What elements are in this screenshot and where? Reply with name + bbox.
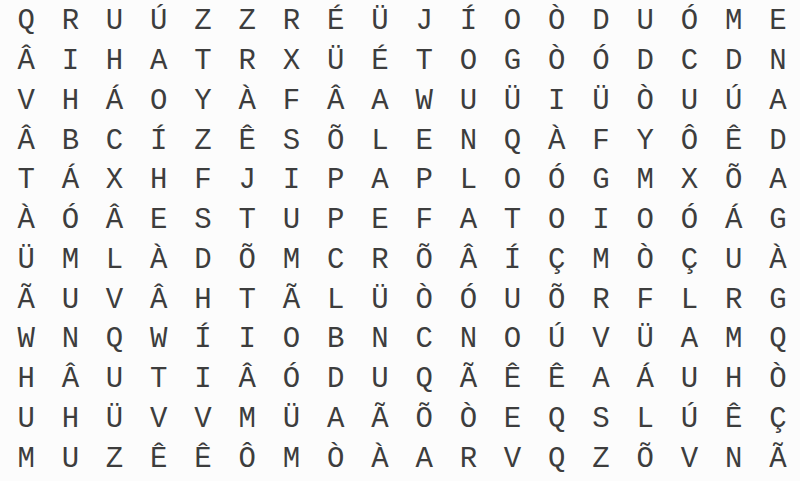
grid-cell[interactable]: O [490,320,534,360]
grid-cell[interactable]: Ã [446,360,490,400]
grid-cell[interactable]: E [490,400,534,440]
grid-cell[interactable]: Ú [667,400,711,440]
grid-cell[interactable]: Ê [225,121,269,161]
grid-cell[interactable]: Q [756,320,800,360]
grid-cell[interactable]: Z [181,2,225,42]
grid-cell[interactable]: O [269,320,313,360]
grid-cell[interactable]: Q [402,360,446,400]
grid-cell[interactable]: E [402,121,446,161]
grid-cell[interactable]: Ã [4,280,48,320]
grid-cell[interactable]: A [756,82,800,122]
grid-cell[interactable]: O [490,161,534,201]
grid-cell[interactable]: Ó [48,201,92,241]
grid-cell[interactable]: N [712,439,756,479]
grid-cell[interactable]: X [269,42,313,82]
grid-cell[interactable]: F [269,82,313,122]
grid-cell[interactable]: J [225,161,269,201]
grid-cell[interactable]: Ü [623,320,667,360]
grid-cell[interactable]: É [314,2,358,42]
grid-cell[interactable]: Ã [269,280,313,320]
grid-cell[interactable]: F [402,201,446,241]
grid-cell[interactable]: T [181,42,225,82]
grid-cell[interactable]: U [48,439,92,479]
grid-cell[interactable]: Ó [667,2,711,42]
grid-cell[interactable]: H [4,360,48,400]
grid-cell[interactable]: M [269,241,313,281]
grid-cell[interactable]: V [4,82,48,122]
grid-cell[interactable]: Ó [446,280,490,320]
grid-cell[interactable]: F [181,161,225,201]
grid-cell[interactable]: Õ [623,439,667,479]
grid-cell[interactable]: Á [712,201,756,241]
grid-cell[interactable]: Â [4,121,48,161]
grid-cell[interactable]: Õ [535,280,579,320]
grid-cell[interactable]: F [623,280,667,320]
grid-cell[interactable]: Ç [667,241,711,281]
grid-cell[interactable]: T [225,280,269,320]
grid-cell[interactable]: Q [4,2,48,42]
grid-cell[interactable]: Â [48,360,92,400]
grid-cell[interactable]: W [402,82,446,122]
word-search-page: QRUÚZZRÉÜJÍOÒDUÓMEÂIHATRXÜÉTOGÒÓDCDNVHÁO… [0,0,800,481]
grid-cell[interactable]: Á [92,82,136,122]
grid-cell[interactable]: E [756,2,800,42]
grid-cell[interactable]: N [358,320,402,360]
grid-cell[interactable]: B [48,121,92,161]
grid-cell[interactable]: O [137,82,181,122]
grid-cell[interactable]: C [314,241,358,281]
grid-cell[interactable]: I [579,201,623,241]
grid-cell[interactable]: R [712,280,756,320]
grid-cell[interactable]: D [756,121,800,161]
grid-cell[interactable]: Y [623,121,667,161]
grid-cell[interactable]: D [623,42,667,82]
grid-cell[interactable]: U [269,201,313,241]
grid-cell[interactable]: Ê [490,360,534,400]
grid-cell[interactable]: Ü [579,82,623,122]
grid-cell[interactable]: Ò [623,82,667,122]
grid-cell[interactable]: Á [48,161,92,201]
grid-cell[interactable]: A [358,161,402,201]
grid-cell[interactable]: U [712,241,756,281]
grid-cell[interactable]: M [579,241,623,281]
grid-cell[interactable]: Â [314,82,358,122]
grid-cell[interactable]: Í [446,2,490,42]
grid-cell[interactable]: Ü [358,2,402,42]
grid-cell[interactable]: U [667,360,711,400]
grid-cell[interactable]: Â [446,241,490,281]
grid-cell[interactable]: T [490,201,534,241]
grid-cell[interactable]: Ü [358,280,402,320]
grid-cell[interactable]: H [48,82,92,122]
grid-cell[interactable]: V [92,280,136,320]
grid-cell[interactable]: W [4,320,48,360]
grid-cell[interactable]: E [137,201,181,241]
grid-cell[interactable]: Â [92,201,136,241]
grid-cell[interactable]: A [314,400,358,440]
grid-cell[interactable]: M [712,2,756,42]
grid-cell[interactable]: Ò [756,360,800,400]
grid-cell[interactable]: H [712,360,756,400]
grid-cell[interactable]: I [535,82,579,122]
grid-cell[interactable]: Ó [667,201,711,241]
grid-cell[interactable]: H [137,161,181,201]
grid-cell[interactable]: A [756,161,800,201]
grid-cell[interactable]: U [92,360,136,400]
grid-cell[interactable]: Ü [4,241,48,281]
grid-cell[interactable]: B [314,320,358,360]
grid-cell[interactable]: O [535,201,579,241]
grid-cell[interactable]: H [92,42,136,82]
grid-cell[interactable]: M [225,400,269,440]
grid-cell[interactable]: N [756,42,800,82]
grid-cell[interactable]: Ü [269,400,313,440]
grid-cell[interactable]: À [137,241,181,281]
grid-cell[interactable]: I [269,161,313,201]
grid-cell[interactable]: O [446,42,490,82]
grid-cell[interactable]: G [756,201,800,241]
grid-cell[interactable]: U [4,400,48,440]
grid-cell[interactable]: É [358,42,402,82]
grid-cell[interactable]: Õ [712,161,756,201]
grid-cell[interactable]: G [490,42,534,82]
grid-cell[interactable]: Â [225,360,269,400]
grid-cell[interactable]: A [579,360,623,400]
grid-cell[interactable]: Y [181,82,225,122]
grid-cell[interactable]: U [48,280,92,320]
grid-cell[interactable]: I [48,42,92,82]
grid-cell[interactable]: N [446,121,490,161]
grid-cell[interactable]: P [402,161,446,201]
grid-cell[interactable]: Z [579,439,623,479]
grid-cell[interactable]: M [712,320,756,360]
grid-cell[interactable]: U [446,82,490,122]
grid-cell[interactable]: Õ [225,241,269,281]
grid-cell[interactable]: Õ [402,400,446,440]
grid-cell[interactable]: Ã [358,400,402,440]
grid-cell[interactable]: Ü [92,400,136,440]
grid-cell[interactable]: A [137,42,181,82]
grid-cell[interactable]: A [402,439,446,479]
grid-cell[interactable]: Q [92,320,136,360]
grid-cell[interactable]: L [314,280,358,320]
grid-cell[interactable]: G [579,161,623,201]
grid-cell[interactable]: Í [137,121,181,161]
grid-cell[interactable]: H [48,400,92,440]
grid-cell[interactable]: L [623,400,667,440]
grid-cell[interactable]: Ó [535,161,579,201]
grid-cell[interactable]: Q [490,121,534,161]
grid-cell[interactable]: E [358,201,402,241]
grid-cell[interactable]: L [92,241,136,281]
grid-cell[interactable]: C [667,42,711,82]
grid-cell[interactable]: À [358,439,402,479]
grid-cell[interactable]: Q [535,439,579,479]
grid-cell[interactable]: C [402,320,446,360]
grid-cell[interactable]: Ú [137,2,181,42]
grid-cell[interactable]: P [314,201,358,241]
grid-cell[interactable]: R [225,42,269,82]
grid-cell[interactable]: À [535,121,579,161]
grid-cell[interactable]: Ô [667,121,711,161]
grid-cell[interactable]: V [181,400,225,440]
grid-cell[interactable]: C [92,121,136,161]
grid-cell[interactable]: M [48,241,92,281]
grid-cell[interactable]: Ò [535,42,579,82]
grid-cell[interactable]: Ò [402,280,446,320]
grid-cell[interactable]: O [490,2,534,42]
grid-cell[interactable]: Ú [535,320,579,360]
grid-cell[interactable]: Ç [535,241,579,281]
grid-cell[interactable]: Á [623,360,667,400]
grid-cell[interactable]: Ê [712,121,756,161]
grid-cell[interactable]: R [446,439,490,479]
grid-cell[interactable]: L [446,161,490,201]
grid-cell[interactable]: U [667,82,711,122]
grid-cell[interactable]: Ç [756,400,800,440]
grid-cell[interactable]: Â [4,42,48,82]
grid-cell[interactable]: À [225,82,269,122]
grid-cell[interactable]: R [269,2,313,42]
grid-cell[interactable]: U [490,280,534,320]
grid-cell[interactable]: Z [225,2,269,42]
grid-cell[interactable]: V [137,400,181,440]
grid-cell[interactable]: O [623,201,667,241]
grid-cell[interactable]: M [269,439,313,479]
grid-cell[interactable]: Z [181,121,225,161]
grid-cell[interactable]: S [181,201,225,241]
grid-cell[interactable]: Í [181,320,225,360]
grid-cell[interactable]: F [579,121,623,161]
grid-cell[interactable]: S [579,400,623,440]
grid-cell[interactable]: Ê [181,439,225,479]
grid-cell[interactable]: R [358,241,402,281]
grid-cell[interactable]: A [446,201,490,241]
grid-cell[interactable]: L [358,121,402,161]
grid-cell[interactable]: X [667,161,711,201]
grid-cell[interactable]: R [48,2,92,42]
grid-cell[interactable]: D [181,241,225,281]
grid-cell[interactable]: D [579,2,623,42]
grid-cell[interactable]: Í [490,241,534,281]
grid-cell[interactable]: T [4,161,48,201]
grid-cell[interactable]: T [137,360,181,400]
grid-cell[interactable]: Ò [623,241,667,281]
grid-cell[interactable]: U [358,360,402,400]
grid-cell[interactable]: T [225,201,269,241]
grid-cell[interactable]: M [4,439,48,479]
grid-cell[interactable]: D [314,360,358,400]
grid-cell[interactable]: Õ [314,121,358,161]
grid-cell[interactable]: A [667,320,711,360]
grid-cell[interactable]: A [358,82,402,122]
grid-cell[interactable]: S [269,121,313,161]
grid-cell[interactable]: Ã [756,439,800,479]
grid-cell[interactable]: À [756,241,800,281]
grid-cell[interactable]: J [402,2,446,42]
grid-cell[interactable]: R [579,280,623,320]
grid-cell[interactable]: V [579,320,623,360]
grid-cell[interactable]: Z [92,439,136,479]
grid-cell[interactable]: H [181,280,225,320]
grid-cell[interactable]: L [667,280,711,320]
grid-cell[interactable]: Ü [314,42,358,82]
grid-cell[interactable]: Â [137,280,181,320]
grid-cell[interactable]: Q [535,400,579,440]
grid-cell[interactable]: Ó [269,360,313,400]
grid-cell[interactable]: V [490,439,534,479]
grid-cell[interactable]: N [446,320,490,360]
grid-cell[interactable]: N [48,320,92,360]
grid-cell[interactable]: U [623,2,667,42]
word-search-grid: QRUÚZZRÉÜJÍOÒDUÓMEÂIHATRXÜÉTOGÒÓDCDNVHÁO… [0,0,800,481]
grid-cell[interactable]: Ò [446,400,490,440]
grid-cell[interactable]: U [92,2,136,42]
grid-cell[interactable]: D [712,42,756,82]
grid-cell[interactable]: Ü [490,82,534,122]
grid-cell[interactable]: P [314,161,358,201]
grid-cell[interactable]: À [4,201,48,241]
grid-cell[interactable]: Ê [137,439,181,479]
grid-cell[interactable]: I [181,360,225,400]
grid-cell[interactable]: M [623,161,667,201]
grid-cell[interactable]: Ò [314,439,358,479]
grid-cell[interactable]: Ô [225,439,269,479]
grid-cell[interactable]: Ú [712,82,756,122]
grid-cell[interactable]: V [667,439,711,479]
grid-cell[interactable]: Ó [579,42,623,82]
grid-cell[interactable]: Ê [535,360,579,400]
grid-cell[interactable]: G [756,280,800,320]
grid-cell[interactable]: Ò [535,2,579,42]
grid-cell[interactable]: Õ [402,241,446,281]
grid-cell[interactable]: I [225,320,269,360]
grid-cell[interactable]: W [137,320,181,360]
grid-cell[interactable]: Ê [712,400,756,440]
grid-cell[interactable]: T [402,42,446,82]
grid-cell[interactable]: X [92,161,136,201]
